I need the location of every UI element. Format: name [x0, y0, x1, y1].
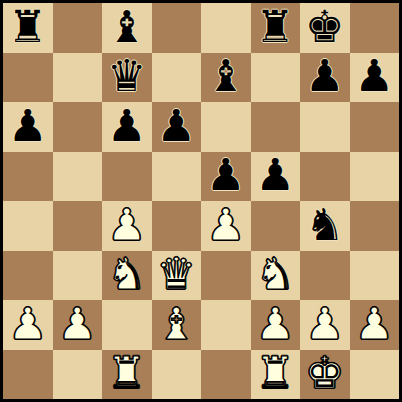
square-d1[interactable] [152, 350, 202, 400]
square-b6[interactable] [53, 102, 103, 152]
square-b7[interactable] [53, 53, 103, 103]
square-h6[interactable] [350, 102, 400, 152]
piece-white-knight[interactable]: ♞ [107, 252, 146, 296]
piece-black-pawn[interactable]: ♟ [206, 153, 245, 197]
square-f8[interactable]: ♜ [251, 3, 301, 53]
piece-white-pawn[interactable]: ♟ [107, 203, 146, 247]
piece-white-queen[interactable]: ♛ [157, 252, 196, 296]
square-d7[interactable] [152, 53, 202, 103]
square-e4[interactable]: ♟ [201, 201, 251, 251]
piece-black-king[interactable]: ♚ [305, 5, 344, 49]
square-d2[interactable]: ♝ [152, 300, 202, 350]
square-b1[interactable] [53, 350, 103, 400]
square-a7[interactable] [3, 53, 53, 103]
square-g4[interactable]: ♞ [300, 201, 350, 251]
square-g1[interactable]: ♚ [300, 350, 350, 400]
piece-white-bishop[interactable]: ♝ [157, 302, 196, 346]
square-a3[interactable] [3, 251, 53, 301]
piece-white-rook[interactable]: ♜ [107, 351, 146, 395]
square-g6[interactable] [300, 102, 350, 152]
square-a8[interactable]: ♜ [3, 3, 53, 53]
square-d3[interactable]: ♛ [152, 251, 202, 301]
piece-black-pawn[interactable]: ♟ [157, 104, 196, 148]
piece-black-knight[interactable]: ♞ [305, 203, 344, 247]
square-a2[interactable]: ♟ [3, 300, 53, 350]
square-a4[interactable] [3, 201, 53, 251]
square-c6[interactable]: ♟ [102, 102, 152, 152]
square-g8[interactable]: ♚ [300, 3, 350, 53]
piece-black-pawn[interactable]: ♟ [355, 54, 394, 98]
square-c8[interactable]: ♝ [102, 3, 152, 53]
square-g3[interactable] [300, 251, 350, 301]
square-f1[interactable]: ♜ [251, 350, 301, 400]
square-h4[interactable] [350, 201, 400, 251]
square-d6[interactable]: ♟ [152, 102, 202, 152]
piece-black-pawn[interactable]: ♟ [8, 104, 47, 148]
square-h5[interactable] [350, 152, 400, 202]
square-f7[interactable] [251, 53, 301, 103]
piece-white-rook[interactable]: ♜ [256, 351, 295, 395]
square-e2[interactable] [201, 300, 251, 350]
square-b3[interactable] [53, 251, 103, 301]
piece-white-pawn[interactable]: ♟ [256, 302, 295, 346]
piece-black-rook[interactable]: ♜ [256, 5, 295, 49]
square-g2[interactable]: ♟ [300, 300, 350, 350]
square-f4[interactable] [251, 201, 301, 251]
piece-black-rook[interactable]: ♜ [8, 5, 47, 49]
piece-white-knight[interactable]: ♞ [256, 252, 295, 296]
square-h1[interactable] [350, 350, 400, 400]
square-f3[interactable]: ♞ [251, 251, 301, 301]
square-c4[interactable]: ♟ [102, 201, 152, 251]
square-h7[interactable]: ♟ [350, 53, 400, 103]
square-c5[interactable] [102, 152, 152, 202]
square-h3[interactable] [350, 251, 400, 301]
square-e6[interactable] [201, 102, 251, 152]
piece-white-pawn[interactable]: ♟ [305, 302, 344, 346]
square-f6[interactable] [251, 102, 301, 152]
square-e3[interactable] [201, 251, 251, 301]
piece-black-pawn[interactable]: ♟ [256, 153, 295, 197]
piece-black-bishop[interactable]: ♝ [206, 54, 245, 98]
square-a1[interactable] [3, 350, 53, 400]
piece-white-pawn[interactable]: ♟ [206, 203, 245, 247]
square-b8[interactable] [53, 3, 103, 53]
square-c3[interactable]: ♞ [102, 251, 152, 301]
piece-black-pawn[interactable]: ♟ [107, 104, 146, 148]
square-f2[interactable]: ♟ [251, 300, 301, 350]
piece-white-pawn[interactable]: ♟ [355, 302, 394, 346]
square-g5[interactable] [300, 152, 350, 202]
square-b5[interactable] [53, 152, 103, 202]
square-b2[interactable]: ♟ [53, 300, 103, 350]
piece-white-pawn[interactable]: ♟ [58, 302, 97, 346]
square-d4[interactable] [152, 201, 202, 251]
piece-white-king[interactable]: ♚ [305, 351, 344, 395]
square-e1[interactable] [201, 350, 251, 400]
square-e8[interactable] [201, 3, 251, 53]
square-g7[interactable]: ♟ [300, 53, 350, 103]
piece-black-queen[interactable]: ♛ [107, 54, 146, 98]
square-a5[interactable] [3, 152, 53, 202]
square-c1[interactable]: ♜ [102, 350, 152, 400]
square-e5[interactable]: ♟ [201, 152, 251, 202]
chess-board: ♜♝♜♚♛♝♟♟♟♟♟♟♟♟♟♞♞♛♞♟♟♝♟♟♟♜♜♚ [0, 0, 402, 402]
square-d5[interactable] [152, 152, 202, 202]
square-f5[interactable]: ♟ [251, 152, 301, 202]
square-h8[interactable] [350, 3, 400, 53]
square-h2[interactable]: ♟ [350, 300, 400, 350]
square-c2[interactable] [102, 300, 152, 350]
piece-white-pawn[interactable]: ♟ [8, 302, 47, 346]
square-d8[interactable] [152, 3, 202, 53]
piece-black-bishop[interactable]: ♝ [107, 5, 146, 49]
square-a6[interactable]: ♟ [3, 102, 53, 152]
chess-board-wrapper: ♜♝♜♚♛♝♟♟♟♟♟♟♟♟♟♞♞♛♞♟♟♝♟♟♟♜♜♚ [0, 0, 402, 402]
piece-black-pawn[interactable]: ♟ [305, 54, 344, 98]
square-c7[interactable]: ♛ [102, 53, 152, 103]
square-e7[interactable]: ♝ [201, 53, 251, 103]
square-b4[interactable] [53, 201, 103, 251]
